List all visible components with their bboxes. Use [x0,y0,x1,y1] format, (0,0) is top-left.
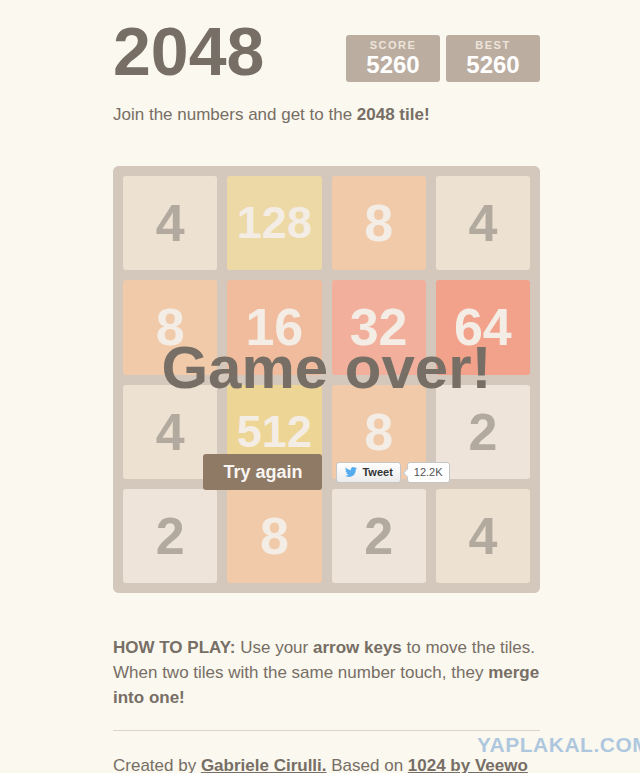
game-over-overlay: Game over! Try again Tweet 12.2K [113,166,540,593]
best-value: 5260 [466,52,519,78]
count-caret-icon [403,468,411,476]
credits-seg1: Created by [113,756,201,773]
how-to-play: HOW TO PLAY: Use your arrow keys to move… [113,635,558,710]
how-to-play-seg1: Use your [235,638,312,657]
tweet-count[interactable]: 12.2K [407,462,450,483]
credits-seg2: Based on [327,756,408,773]
tweet-count-value: 12.2K [414,466,443,478]
tweet-button[interactable]: Tweet [336,462,400,483]
subtitle-text: Join the numbers and get to the [113,105,357,124]
subtitle: Join the numbers and get to the 2048 til… [113,104,540,126]
link-gabriele-cirulli[interactable]: Gabriele Cirulli. [201,756,327,773]
score-box: SCORE 5260 [346,35,440,82]
subtitle-goal: 2048 tile! [357,105,430,124]
watermark: YAPLAKAL.COM [477,733,640,757]
best-box: BEST 5260 [446,35,540,82]
game-board: 41288481632644512822824 Game over! Try a… [113,166,540,593]
how-to-play-label: HOW TO PLAY: [113,638,235,657]
score-value: 5260 [366,52,419,78]
twitter-bird-icon [344,466,358,478]
game-over-message: Game over! [113,338,540,398]
tweet-label: Tweet [362,466,392,478]
page-container: 2048 SCORE 5260 BEST 5260 Join the numbe… [113,0,540,773]
tweet-widget: Tweet 12.2K [336,462,449,483]
overlay-buttons: Try again Tweet 12.2K [113,454,540,490]
how-to-play-bold1: arrow keys [313,638,402,657]
header: 2048 SCORE 5260 BEST 5260 [113,0,540,84]
score-container: SCORE 5260 BEST 5260 [346,35,540,82]
divider [113,730,540,731]
try-again-button[interactable]: Try again [203,454,322,490]
